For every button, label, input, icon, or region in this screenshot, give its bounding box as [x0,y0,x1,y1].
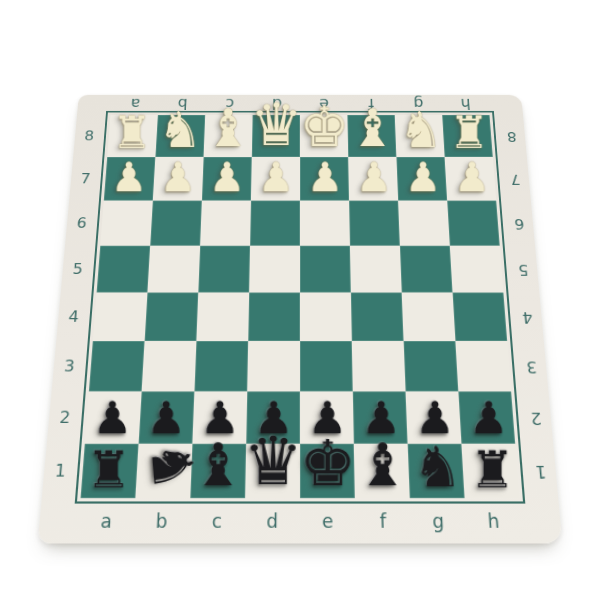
rank-label-left-3: 3 [63,358,75,374]
rank-label-left-7: 7 [80,172,91,186]
square-e4 [300,293,352,342]
chess-mat: 8877665544332211aabbccddeeffgghh [38,95,563,544]
rank-label-left-2: 2 [59,409,71,425]
square-c2 [192,391,247,443]
file-label-bottom-b: b [155,512,168,531]
square-f3 [352,341,406,391]
square-b6 [150,201,202,246]
square-g7 [396,157,447,201]
square-b2 [139,391,195,443]
square-g6 [398,201,450,246]
rank-label-right-4: 4 [522,309,534,324]
rank-label-right-1: 1 [535,462,547,479]
file-label-bottom-f: f [379,512,386,531]
square-g3 [404,341,459,391]
rank-label-right-3: 3 [526,358,538,374]
square-d5 [249,246,300,293]
file-label-top-d: d [271,96,281,110]
square-f2 [353,391,408,443]
square-e8 [300,115,348,157]
square-a1 [81,444,139,498]
board-scene: 8877665544332211aabbccddeeffgghh ♜♞♝♛♚♝♞… [38,95,563,544]
rank-label-right-8: 8 [506,129,517,142]
square-a3 [89,341,145,391]
square-f6 [349,201,400,246]
square-g5 [400,246,453,293]
rank-label-right-6: 6 [514,216,525,230]
square-g8 [395,115,445,157]
square-f7 [348,157,398,201]
square-d6 [250,201,300,246]
square-h7 [445,157,497,201]
file-label-bottom-g: g [432,512,445,531]
square-c8 [204,115,253,157]
square-e6 [300,201,350,246]
square-h3 [455,341,511,391]
square-h8 [442,115,493,157]
square-e1 [300,444,355,498]
square-a2 [85,391,142,443]
rank-label-left-4: 4 [68,309,80,324]
square-c7 [202,157,252,201]
file-label-top-g: g [413,96,424,110]
square-g2 [406,391,462,443]
photo-stage: 8877665544332211aabbccddeeffgghh ♜♞♝♛♚♝♞… [0,0,600,600]
square-h5 [450,246,504,293]
square-c4 [196,293,249,342]
square-c3 [194,341,248,391]
square-a7 [104,157,156,201]
square-b8 [155,115,205,157]
square-e3 [300,341,353,391]
square-d8 [252,115,300,157]
board-grid [75,111,526,504]
square-b7 [153,157,204,201]
square-e7 [300,157,349,201]
file-label-top-e: e [319,96,329,110]
square-f8 [347,115,396,157]
square-c1 [190,444,246,498]
file-label-bottom-e: e [322,512,334,531]
file-label-top-f: f [368,96,374,110]
rank-label-left-5: 5 [72,262,83,277]
rank-label-right-5: 5 [518,262,529,277]
square-c5 [198,246,250,293]
square-b1 [135,444,192,498]
file-label-top-a: a [130,96,141,110]
rank-label-right-7: 7 [510,172,521,186]
square-g4 [402,293,456,342]
square-e5 [300,246,351,293]
file-label-bottom-h: h [487,512,500,531]
square-d2 [246,391,300,443]
rank-label-right-2: 2 [530,409,542,425]
rank-label-left-8: 8 [84,129,95,142]
square-e2 [300,391,354,443]
square-a8 [107,115,158,157]
file-label-top-h: h [460,96,471,110]
square-f4 [351,293,404,342]
square-a6 [100,201,153,246]
square-c6 [200,201,251,246]
square-d3 [247,341,300,391]
square-b5 [147,246,200,293]
square-a4 [93,293,148,342]
square-b4 [145,293,199,342]
square-f5 [350,246,402,293]
square-d1 [245,444,300,498]
file-label-bottom-a: a [100,512,113,531]
square-g1 [408,444,465,498]
square-h2 [458,391,515,443]
square-a5 [97,246,151,293]
file-label-top-b: b [177,96,188,110]
square-b3 [142,341,197,391]
rank-label-left-6: 6 [76,216,87,230]
square-h4 [453,293,508,342]
square-h1 [461,444,519,498]
square-d7 [251,157,300,201]
rank-label-left-1: 1 [54,462,66,479]
file-label-bottom-d: d [266,512,278,531]
square-d4 [248,293,300,342]
file-label-top-c: c [225,96,234,110]
square-h6 [447,201,500,246]
file-label-bottom-c: c [212,512,223,531]
square-f1 [354,444,410,498]
